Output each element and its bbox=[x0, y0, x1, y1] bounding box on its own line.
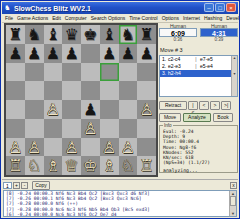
square-f6[interactable] bbox=[100, 63, 119, 82]
square-b3[interactable] bbox=[25, 119, 44, 138]
nav-button-first[interactable]: |< bbox=[188, 101, 198, 110]
square-a8[interactable]: ♜ bbox=[6, 25, 25, 44]
square-b7[interactable]: ♟ bbox=[25, 44, 44, 63]
square-a1[interactable]: ♖ bbox=[6, 156, 25, 175]
square-c2[interactable] bbox=[44, 138, 63, 157]
square-f8[interactable]: ♝ bbox=[100, 25, 119, 44]
move-list-rows: 1.c2-c4|e7-e52.e2-e3|e5-e43.h2-h4 bbox=[160, 56, 237, 77]
square-h6[interactable] bbox=[137, 63, 156, 82]
white-piece-p: ♙ bbox=[27, 138, 41, 157]
move-text: c2-c4 bbox=[168, 56, 192, 63]
black-clock-subtime: 0:39 bbox=[200, 37, 238, 43]
square-e2[interactable] bbox=[81, 138, 100, 157]
app-icon: ♞ bbox=[4, 4, 12, 12]
move-text: e7-e5 bbox=[200, 56, 235, 63]
square-d5[interactable] bbox=[62, 81, 81, 100]
minimize-button[interactable]: – bbox=[204, 3, 214, 12]
white-piece-n: ♘ bbox=[121, 156, 135, 175]
white-piece-b: ♗ bbox=[102, 156, 116, 175]
move-list[interactable]: 1.c2-c4|e7-e52.e2-e3|e5-e43.h2-h4 ▲▼ bbox=[159, 55, 238, 97]
window-buttons: –□× bbox=[204, 3, 236, 12]
white-clock-subtime: 0:36 bbox=[159, 37, 197, 43]
square-f5[interactable] bbox=[100, 81, 119, 100]
square-g2[interactable]: ♙ bbox=[119, 138, 138, 157]
menu-file[interactable]: File bbox=[5, 15, 13, 21]
nav-button-next[interactable]: > bbox=[210, 101, 220, 110]
square-g3[interactable] bbox=[119, 119, 138, 138]
white-piece-r: ♖ bbox=[8, 156, 22, 175]
engine-status: analyzing... bbox=[163, 168, 235, 173]
black-piece-n: ♞ bbox=[27, 25, 41, 44]
navigation-row: Retract |<<>>| bbox=[159, 101, 238, 110]
nav-button-prev[interactable]: < bbox=[199, 101, 209, 110]
app-window: ♞ SlowChess Blitz WV2.1 –□× FileGame Act… bbox=[0, 0, 240, 219]
move-text bbox=[192, 70, 200, 77]
title-bar[interactable]: ♞ SlowChess Blitz WV2.1 –□× bbox=[2, 2, 238, 14]
black-clock-time: 4:31 bbox=[200, 28, 238, 37]
square-e1[interactable]: ♔ bbox=[81, 156, 100, 175]
square-d2[interactable]: ♙ bbox=[62, 138, 81, 157]
square-h2[interactable] bbox=[137, 138, 156, 157]
white-piece-n: ♘ bbox=[27, 156, 41, 175]
square-f1[interactable]: ♗ bbox=[100, 156, 119, 175]
black-piece-p: ♟ bbox=[46, 44, 60, 63]
square-h5[interactable] bbox=[137, 81, 156, 100]
square-a6[interactable] bbox=[6, 63, 25, 82]
square-g6[interactable] bbox=[119, 63, 138, 82]
black-piece-p: ♟ bbox=[139, 44, 153, 63]
square-f7[interactable]: ♟ bbox=[100, 44, 119, 63]
square-d1[interactable]: ♕ bbox=[62, 156, 81, 175]
nav-button-last[interactable]: >| bbox=[221, 101, 231, 110]
black-piece-b: ♝ bbox=[102, 25, 116, 44]
white-piece-p: ♙ bbox=[8, 138, 22, 157]
menu-internet[interactable]: Internet bbox=[183, 15, 200, 21]
square-c1[interactable]: ♗ bbox=[44, 156, 63, 175]
square-h4[interactable]: ♙ bbox=[137, 100, 156, 119]
square-e5[interactable] bbox=[81, 81, 100, 100]
square-b2[interactable]: ♙ bbox=[25, 138, 44, 157]
menu-options[interactable]: Options bbox=[162, 15, 179, 21]
info-line: (NpS=34) (1.1/27) bbox=[163, 160, 235, 165]
black-piece-p: ♟ bbox=[64, 44, 78, 63]
info-panel: Info Eval: -0.24Depth: 9Time: 00:00.4Mov… bbox=[159, 125, 238, 173]
square-g1[interactable]: ♘ bbox=[119, 156, 138, 175]
square-g4[interactable] bbox=[119, 100, 138, 119]
menu-bar: FileGame ActionsEditComputerSearch Optio… bbox=[2, 14, 238, 23]
square-e3[interactable]: ♙ bbox=[81, 119, 100, 138]
menu-game-actions[interactable]: Game Actions bbox=[17, 15, 48, 21]
white-piece-p: ♙ bbox=[46, 100, 60, 119]
menu-computer[interactable]: Computer bbox=[65, 15, 87, 21]
close-button[interactable]: × bbox=[226, 3, 236, 12]
move-text: | bbox=[192, 56, 200, 63]
square-g8[interactable]: ♞ bbox=[119, 25, 138, 44]
black-piece-n: ♞ bbox=[121, 25, 135, 44]
white-piece-p: ♙ bbox=[139, 100, 153, 119]
square-a3[interactable] bbox=[6, 119, 25, 138]
chess-board[interactable]: ♜♞♝♛♚♝♞♜♟♟♟♟♟♟♟♙♟♙♙♙♙♙♙♙♖♘♗♕♔♗♘♖ bbox=[6, 25, 156, 175]
square-g7[interactable]: ♟ bbox=[119, 44, 138, 63]
menu-search-options[interactable]: Search Options bbox=[91, 15, 125, 21]
square-d3[interactable] bbox=[62, 119, 81, 138]
square-h1[interactable]: ♖ bbox=[137, 156, 156, 175]
black-piece-b: ♝ bbox=[46, 25, 60, 44]
decrease-lines-button[interactable]: - bbox=[21, 182, 28, 189]
black-piece-p: ♟ bbox=[8, 44, 22, 63]
move-button[interactable]: Move bbox=[159, 113, 181, 122]
square-d8[interactable]: ♛ bbox=[62, 25, 81, 44]
window-title: SlowChess Blitz WV2.1 bbox=[14, 5, 91, 12]
square-a5[interactable] bbox=[6, 81, 25, 100]
white-piece-p: ♙ bbox=[121, 138, 135, 157]
square-c5[interactable] bbox=[44, 81, 63, 100]
move-text: e2-e3 bbox=[168, 63, 192, 70]
square-e6[interactable] bbox=[81, 63, 100, 82]
close-analysis-button[interactable]: x bbox=[230, 182, 237, 189]
analysis-lines: [8] -0.24 00:00.3 Nf6 Nc3 Bb4 Qc2 [Bxc3 … bbox=[4, 191, 236, 217]
square-e8[interactable]: ♚ bbox=[81, 25, 100, 44]
square-b5[interactable] bbox=[25, 81, 44, 100]
move-row[interactable]: 2.e2-e3|e5-e4 bbox=[160, 63, 237, 70]
square-a2[interactable]: ♙ bbox=[6, 138, 25, 157]
square-c7[interactable]: ♟ bbox=[44, 44, 63, 63]
info-lines: Eval: -0.24Depth: 9Time: 00:00.4Move: Ng… bbox=[163, 129, 235, 165]
copy-button[interactable]: Copy bbox=[32, 181, 50, 190]
maximize-button[interactable]: □ bbox=[215, 3, 225, 12]
analysis-line-list[interactable]: [8] -0.24 00:00.3 Nf6 Nc3 Bb4 Qc2 [Bxc3 … bbox=[3, 190, 237, 217]
move-list-scrollbar[interactable]: ▲▼ bbox=[231, 56, 237, 96]
analyze-button[interactable]: Analyze bbox=[183, 113, 211, 122]
square-b4[interactable] bbox=[25, 100, 44, 119]
mode-buttons-row: Move Analyze Book bbox=[159, 113, 238, 122]
black-piece-p: ♟ bbox=[102, 44, 116, 63]
white-piece-p: ♙ bbox=[64, 138, 78, 157]
black-piece-p: ♟ bbox=[83, 100, 97, 119]
menu-hashing[interactable]: Hashing bbox=[204, 15, 222, 21]
menu-time-control[interactable]: Time Control bbox=[129, 15, 157, 21]
square-h3[interactable] bbox=[137, 119, 156, 138]
square-b6[interactable] bbox=[25, 63, 44, 82]
white-piece-p: ♙ bbox=[83, 119, 97, 138]
white-piece-q: ♕ bbox=[64, 156, 78, 175]
analysis-panel: 1 + - Copy x [8] -0.24 00:00.3 Nf6 Nc3 B… bbox=[2, 179, 238, 217]
black-piece-p: ♟ bbox=[121, 44, 135, 63]
move-row[interactable]: 3.h2-h4 bbox=[160, 70, 237, 77]
square-c4[interactable]: ♙ bbox=[44, 100, 63, 119]
white-piece-b: ♗ bbox=[46, 156, 60, 175]
clocks: Human 6:09 0:36 Human 4:31 0:39 bbox=[159, 23, 238, 43]
square-h8[interactable]: ♜ bbox=[137, 25, 156, 44]
menu-edit[interactable]: Edit bbox=[52, 15, 61, 21]
book-button[interactable]: Book bbox=[213, 113, 233, 122]
move-counter: Move # 3 bbox=[160, 47, 238, 53]
chess-board-frame: ♜♞♝♛♚♝♞♜♟♟♟♟♟♟♟♙♟♙♙♙♙♙♙♙♖♘♗♕♔♗♘♖ bbox=[4, 23, 158, 177]
square-e7[interactable] bbox=[81, 44, 100, 63]
analysis-scrollbar[interactable]: ▲▼ bbox=[229, 191, 236, 216]
move-text bbox=[200, 70, 235, 77]
square-c8[interactable]: ♝ bbox=[44, 25, 63, 44]
square-a7[interactable]: ♟ bbox=[6, 44, 25, 63]
black-piece-r: ♜ bbox=[139, 25, 153, 44]
white-piece-k: ♔ bbox=[83, 156, 97, 175]
square-f2[interactable]: ♙ bbox=[100, 138, 119, 157]
move-row[interactable]: 1.c2-c4|e7-e5 bbox=[160, 56, 237, 63]
square-e4[interactable]: ♟ bbox=[81, 100, 100, 119]
square-f4[interactable] bbox=[100, 100, 119, 119]
analysis-toolbar: 1 + - Copy x bbox=[2, 180, 238, 189]
increase-lines-button[interactable]: + bbox=[13, 182, 20, 189]
side-panel: Human 6:09 0:36 Human 4:31 0:39 Move # 3… bbox=[159, 23, 238, 177]
retract-button[interactable]: Retract bbox=[159, 101, 187, 110]
square-c6[interactable] bbox=[44, 63, 63, 82]
square-d6[interactable] bbox=[62, 63, 81, 82]
black-piece-p: ♟ bbox=[27, 44, 41, 63]
white-piece-p: ♙ bbox=[102, 138, 116, 157]
info-panel-title: Info bbox=[163, 123, 173, 128]
square-d4[interactable] bbox=[62, 100, 81, 119]
move-text: e5-e4 bbox=[200, 63, 235, 70]
square-h7[interactable]: ♟ bbox=[137, 44, 156, 63]
white-clock-time: 6:09 bbox=[159, 28, 197, 37]
white-clock: Human 6:09 0:36 bbox=[159, 23, 197, 43]
white-piece-r: ♖ bbox=[139, 156, 153, 175]
black-piece-k: ♚ bbox=[83, 25, 97, 44]
menu-develop[interactable]: Develop bbox=[226, 15, 240, 21]
square-f3[interactable] bbox=[100, 119, 119, 138]
square-b8[interactable]: ♞ bbox=[25, 25, 44, 44]
move-text: | bbox=[192, 63, 200, 70]
square-c3[interactable] bbox=[44, 119, 63, 138]
scrollbar-thumb[interactable] bbox=[230, 196, 236, 206]
square-d7[interactable]: ♟ bbox=[62, 44, 81, 63]
black-clock: Human 4:31 0:39 bbox=[200, 23, 238, 43]
square-g5[interactable] bbox=[119, 81, 138, 100]
square-b1[interactable]: ♘ bbox=[25, 156, 44, 175]
square-a4[interactable] bbox=[6, 100, 25, 119]
black-piece-r: ♜ bbox=[8, 25, 22, 44]
line-count-value[interactable]: 1 bbox=[3, 182, 12, 189]
move-text: h2-h4 bbox=[168, 70, 192, 77]
black-piece-q: ♛ bbox=[64, 25, 78, 44]
